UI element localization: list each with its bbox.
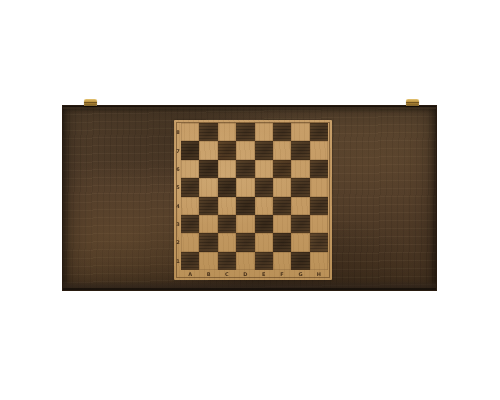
square-a2 <box>181 233 199 251</box>
square-b1 <box>199 252 217 270</box>
square-e2 <box>255 233 273 251</box>
square-h5 <box>310 178 328 196</box>
square-e3 <box>255 215 273 233</box>
square-e8 <box>255 123 273 141</box>
square-f7 <box>273 141 291 159</box>
rank-label: 2 <box>175 233 181 251</box>
square-a5 <box>181 178 199 196</box>
chess-board: 87654321 ABCDEFGH <box>174 120 332 280</box>
rank-label: 3 <box>175 215 181 233</box>
square-f1 <box>273 252 291 270</box>
square-e4 <box>255 197 273 215</box>
square-b3 <box>199 215 217 233</box>
square-g3 <box>291 215 309 233</box>
product-photo: 87654321 ABCDEFGH <box>0 0 500 400</box>
rank-label: 8 <box>175 123 181 141</box>
chess-box-lid: 87654321 ABCDEFGH <box>62 105 437 291</box>
square-d5 <box>236 178 254 196</box>
square-b5 <box>199 178 217 196</box>
square-e7 <box>255 141 273 159</box>
square-a7 <box>181 141 199 159</box>
file-label: D <box>236 270 254 278</box>
file-label: A <box>181 270 199 278</box>
square-c2 <box>218 233 236 251</box>
square-a4 <box>181 197 199 215</box>
square-e5 <box>255 178 273 196</box>
square-d8 <box>236 123 254 141</box>
square-g2 <box>291 233 309 251</box>
square-a6 <box>181 160 199 178</box>
square-h4 <box>310 197 328 215</box>
square-h6 <box>310 160 328 178</box>
square-b6 <box>199 160 217 178</box>
file-label: B <box>199 270 217 278</box>
square-b7 <box>199 141 217 159</box>
square-c3 <box>218 215 236 233</box>
square-d6 <box>236 160 254 178</box>
square-c4 <box>218 197 236 215</box>
square-d3 <box>236 215 254 233</box>
box-top-seam <box>63 106 436 113</box>
square-e6 <box>255 160 273 178</box>
square-e1 <box>255 252 273 270</box>
file-label: F <box>273 270 291 278</box>
square-g7 <box>291 141 309 159</box>
rank-label: 7 <box>175 141 181 159</box>
brass-hinge-left <box>84 99 97 106</box>
square-h2 <box>310 233 328 251</box>
square-c6 <box>218 160 236 178</box>
square-b2 <box>199 233 217 251</box>
brass-hinge-right <box>406 99 419 106</box>
square-f8 <box>273 123 291 141</box>
rank-label: 1 <box>175 252 181 270</box>
square-c7 <box>218 141 236 159</box>
rank-labels: 87654321 <box>175 123 181 270</box>
square-h8 <box>310 123 328 141</box>
square-g5 <box>291 178 309 196</box>
square-c5 <box>218 178 236 196</box>
square-h1 <box>310 252 328 270</box>
square-g8 <box>291 123 309 141</box>
square-f4 <box>273 197 291 215</box>
square-f3 <box>273 215 291 233</box>
square-g4 <box>291 197 309 215</box>
square-a8 <box>181 123 199 141</box>
file-label: H <box>310 270 328 278</box>
square-g6 <box>291 160 309 178</box>
square-f2 <box>273 233 291 251</box>
square-a3 <box>181 215 199 233</box>
square-d4 <box>236 197 254 215</box>
square-h3 <box>310 215 328 233</box>
square-c1 <box>218 252 236 270</box>
rank-label: 4 <box>175 197 181 215</box>
file-label: C <box>218 270 236 278</box>
square-g1 <box>291 252 309 270</box>
file-label: E <box>255 270 273 278</box>
file-label: G <box>291 270 309 278</box>
box-bottom-rim <box>63 281 436 290</box>
square-d2 <box>236 233 254 251</box>
file-labels: ABCDEFGH <box>181 270 328 278</box>
square-b4 <box>199 197 217 215</box>
square-h7 <box>310 141 328 159</box>
rank-label: 5 <box>175 178 181 196</box>
board-squares <box>181 123 328 270</box>
rank-label: 6 <box>175 160 181 178</box>
square-d1 <box>236 252 254 270</box>
square-f6 <box>273 160 291 178</box>
square-f5 <box>273 178 291 196</box>
square-a1 <box>181 252 199 270</box>
square-b8 <box>199 123 217 141</box>
square-c8 <box>218 123 236 141</box>
square-d7 <box>236 141 254 159</box>
